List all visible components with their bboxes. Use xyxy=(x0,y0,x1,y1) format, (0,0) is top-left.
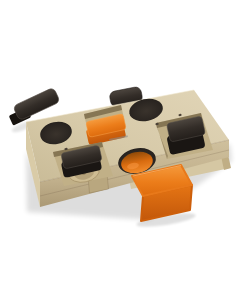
puzzle-board-illustration xyxy=(0,0,240,303)
black-slider-top-left[interactable] xyxy=(13,87,61,121)
product-photo-scene xyxy=(0,0,240,303)
